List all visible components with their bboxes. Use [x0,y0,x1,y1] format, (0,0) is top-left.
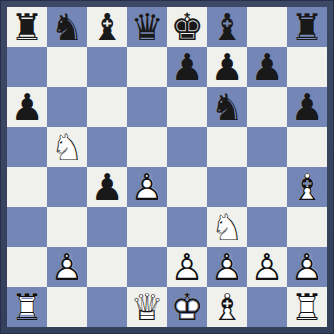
square-c1[interactable] [87,287,127,327]
white-pawn-fill: ♟ [47,247,87,287]
square-d8[interactable]: ♛ [127,7,167,47]
white-bishop: ♗ [287,167,327,207]
square-d3[interactable] [127,207,167,247]
square-f7[interactable]: ♟ [207,47,247,87]
black-pawn: ♟ [207,47,247,87]
square-c5[interactable] [87,127,127,167]
square-b6[interactable] [47,87,87,127]
square-g4[interactable] [247,167,287,207]
square-b3[interactable] [47,207,87,247]
square-h7[interactable] [287,47,327,87]
square-b2[interactable]: ♟♙ [47,247,87,287]
white-bishop-fill: ♝ [207,287,247,327]
square-f4[interactable] [207,167,247,207]
white-queen: ♕ [127,287,167,327]
chess-board: ♜♞♝♛♚♝♜♟♟♟♟♞♟♞♘♟♟♙♝♗♞♘♟♙♟♙♟♙♟♙♟♙♜♖♛♕♚♔♝♗… [7,7,327,327]
square-b8[interactable]: ♞ [47,7,87,47]
white-pawn: ♙ [127,167,167,207]
square-b7[interactable] [47,47,87,87]
black-knight: ♞ [207,87,247,127]
square-g1[interactable] [247,287,287,327]
square-g6[interactable] [247,87,287,127]
square-f6[interactable]: ♞ [207,87,247,127]
square-c2[interactable] [87,247,127,287]
square-d1[interactable]: ♛♕ [127,287,167,327]
square-c4[interactable]: ♟ [87,167,127,207]
square-a3[interactable] [7,207,47,247]
square-e4[interactable] [167,167,207,207]
square-b5[interactable]: ♞♘ [47,127,87,167]
square-d7[interactable] [127,47,167,87]
square-c7[interactable] [87,47,127,87]
square-a4[interactable] [7,167,47,207]
black-pawn: ♟ [287,87,327,127]
black-queen: ♛ [127,7,167,47]
black-bishop: ♝ [207,7,247,47]
square-g8[interactable] [247,7,287,47]
square-d6[interactable] [127,87,167,127]
chess-board-frame: ♜♞♝♛♚♝♜♟♟♟♟♞♟♞♘♟♟♙♝♗♞♘♟♙♟♙♟♙♟♙♟♙♜♖♛♕♚♔♝♗… [0,0,334,334]
square-a8[interactable]: ♜ [7,7,47,47]
white-knight-fill: ♞ [47,127,87,167]
square-h6[interactable]: ♟ [287,87,327,127]
white-pawn: ♙ [207,247,247,287]
square-c8[interactable]: ♝ [87,7,127,47]
black-pawn: ♟ [247,47,287,87]
square-f8[interactable]: ♝ [207,7,247,47]
square-a5[interactable] [7,127,47,167]
white-pawn: ♙ [287,247,327,287]
square-h5[interactable] [287,127,327,167]
square-h3[interactable] [287,207,327,247]
square-e3[interactable] [167,207,207,247]
white-rook-fill: ♜ [7,287,47,327]
black-rook: ♜ [7,7,47,47]
white-pawn-fill: ♟ [247,247,287,287]
white-knight: ♘ [47,127,87,167]
square-g2[interactable]: ♟♙ [247,247,287,287]
white-rook-fill: ♜ [287,287,327,327]
square-g5[interactable] [247,127,287,167]
square-g7[interactable]: ♟ [247,47,287,87]
square-f2[interactable]: ♟♙ [207,247,247,287]
square-a2[interactable] [7,247,47,287]
square-a1[interactable]: ♜♖ [7,287,47,327]
square-e6[interactable] [167,87,207,127]
black-pawn: ♟ [87,167,127,207]
square-d4[interactable]: ♟♙ [127,167,167,207]
square-d2[interactable] [127,247,167,287]
white-rook: ♖ [7,287,47,327]
square-e2[interactable]: ♟♙ [167,247,207,287]
white-pawn: ♙ [47,247,87,287]
black-king: ♚ [167,7,207,47]
square-a7[interactable] [7,47,47,87]
square-e1[interactable]: ♚♔ [167,287,207,327]
white-pawn-fill: ♟ [127,167,167,207]
square-a6[interactable]: ♟ [7,87,47,127]
square-c6[interactable] [87,87,127,127]
black-pawn: ♟ [7,87,47,127]
white-knight-fill: ♞ [207,207,247,247]
square-f3[interactable]: ♞♘ [207,207,247,247]
white-knight: ♘ [207,207,247,247]
black-pawn: ♟ [167,47,207,87]
white-pawn-fill: ♟ [207,247,247,287]
white-bishop-fill: ♝ [287,167,327,207]
square-e5[interactable] [167,127,207,167]
square-h4[interactable]: ♝♗ [287,167,327,207]
black-rook: ♜ [287,7,327,47]
white-pawn-fill: ♟ [167,247,207,287]
white-bishop: ♗ [207,287,247,327]
square-f1[interactable]: ♝♗ [207,287,247,327]
square-e7[interactable]: ♟ [167,47,207,87]
black-knight: ♞ [47,7,87,47]
white-king-fill: ♚ [167,287,207,327]
square-g3[interactable] [247,207,287,247]
white-king: ♔ [167,287,207,327]
white-queen-fill: ♛ [127,287,167,327]
square-c3[interactable] [87,207,127,247]
square-e8[interactable]: ♚ [167,7,207,47]
square-h1[interactable]: ♜♖ [287,287,327,327]
white-pawn-fill: ♟ [287,247,327,287]
square-h8[interactable]: ♜ [287,7,327,47]
white-pawn: ♙ [167,247,207,287]
square-b4[interactable] [47,167,87,207]
white-rook: ♖ [287,287,327,327]
white-pawn: ♙ [247,247,287,287]
square-h2[interactable]: ♟♙ [287,247,327,287]
square-d5[interactable] [127,127,167,167]
black-bishop: ♝ [87,7,127,47]
square-f5[interactable] [207,127,247,167]
square-b1[interactable] [47,287,87,327]
